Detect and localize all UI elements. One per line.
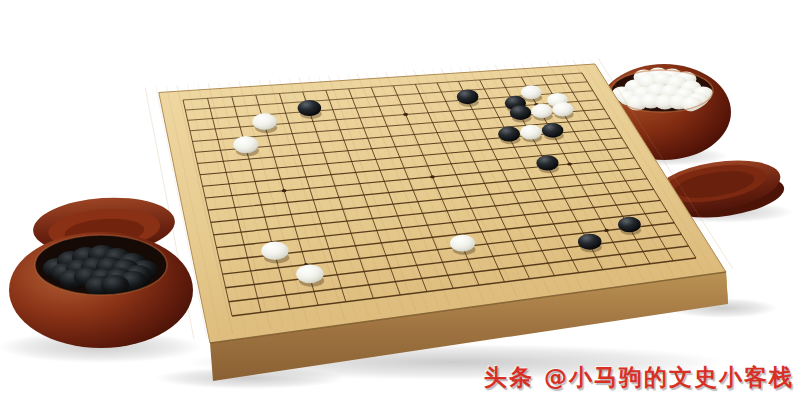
black-stone-bowl (9, 232, 193, 348)
black-stone (510, 105, 531, 120)
star-point (567, 162, 572, 165)
bowl-black-stone (101, 275, 129, 295)
white-stone (296, 265, 323, 284)
black-stone (536, 155, 558, 170)
black-stone (498, 127, 520, 142)
star-point (604, 229, 609, 232)
white-stone (450, 235, 475, 252)
black-stone (618, 217, 641, 232)
star-point (430, 175, 435, 178)
white-stone (252, 113, 276, 130)
black-stone (578, 234, 602, 250)
black-stone (542, 123, 564, 138)
white-stone (233, 136, 258, 153)
white-stone (520, 125, 542, 140)
goban-photo (0, 0, 800, 400)
white-stone (261, 241, 288, 260)
black-stone (298, 100, 322, 116)
white-stone (521, 85, 542, 99)
star-point (282, 189, 287, 192)
white-stone (552, 102, 573, 116)
watermark-text: 头条 @小马驹的文史小客栈 (484, 362, 794, 393)
star-point (403, 113, 408, 116)
white-stone (531, 104, 552, 118)
go-photo-scene: 头条 @小马驹的文史小客栈 (0, 0, 800, 400)
black-stone (457, 89, 479, 104)
